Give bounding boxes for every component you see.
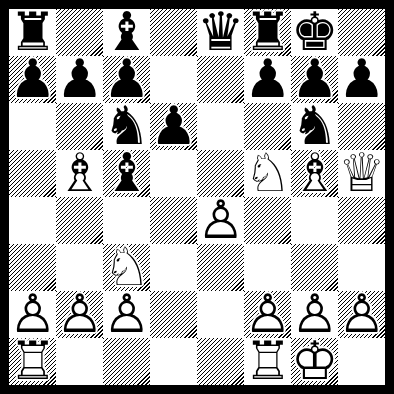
black-pawn-icon: ♟ [338,55,385,102]
black-pawn-g7[interactable]: ♟♟ [291,56,338,103]
square-c5[interactable]: ♝♝ [103,150,150,197]
white-pawn-icon: ♙ [338,290,385,337]
square-h1[interactable] [338,338,385,385]
square-h4[interactable] [338,197,385,244]
white-queen-h5[interactable]: ♛♕ [338,150,385,197]
black-queen-e8[interactable]: ♛♛ [197,9,244,56]
black-knight-icon: ♞ [103,102,150,149]
white-rook-icon: ♖ [244,337,291,384]
square-b8[interactable] [56,9,103,56]
square-c3[interactable]: ♞♘ [103,244,150,291]
piece-silhouette: ♛ [338,149,385,196]
piece-silhouette: ♞ [103,243,150,290]
black-pawn-icon: ♟ [9,55,56,102]
square-d6[interactable]: ♟♟ [150,103,197,150]
piece-silhouette: ♜ [244,8,291,55]
black-pawn-icon: ♟ [244,55,291,102]
black-pawn-d6[interactable]: ♟♟ [150,103,197,150]
white-knight-f5[interactable]: ♞♘ [244,150,291,197]
square-a2[interactable]: ♟♙ [9,291,56,338]
piece-silhouette: ♟ [9,290,56,337]
square-f6[interactable] [244,103,291,150]
piece-silhouette: ♟ [244,290,291,337]
square-f2[interactable]: ♟♙ [244,291,291,338]
square-c2[interactable]: ♟♙ [103,291,150,338]
square-b5[interactable]: ♝♗ [56,150,103,197]
square-b7[interactable]: ♟♟ [56,56,103,103]
square-f1[interactable]: ♜♖ [244,338,291,385]
white-pawn-icon: ♙ [291,290,338,337]
square-c1[interactable] [103,338,150,385]
square-a3[interactable] [9,244,56,291]
piece-silhouette: ♞ [244,149,291,196]
white-queen-icon: ♕ [338,149,385,196]
chess-board-frame: ♜♜♝♝♛♛♜♜♚♚♟♟♟♟♟♟♟♟♟♟♟♟♞♞♟♟♞♞♝♗♝♝♞♘♝♗♛♕♟♙… [0,0,394,394]
piece-silhouette: ♟ [291,55,338,102]
piece-silhouette: ♛ [197,8,244,55]
white-bishop-g5[interactable]: ♝♗ [291,150,338,197]
white-pawn-h2[interactable]: ♟♙ [338,291,385,338]
black-bishop-c8[interactable]: ♝♝ [103,9,150,56]
piece-silhouette: ♟ [9,55,56,102]
white-pawn-icon: ♙ [244,290,291,337]
square-f5[interactable]: ♞♘ [244,150,291,197]
square-c7[interactable]: ♟♟ [103,56,150,103]
square-a5[interactable] [9,150,56,197]
black-pawn-a7[interactable]: ♟♟ [9,56,56,103]
piece-silhouette: ♚ [291,337,338,384]
white-rook-icon: ♖ [9,337,56,384]
square-a7[interactable]: ♟♟ [9,56,56,103]
square-a1[interactable]: ♜♖ [9,338,56,385]
white-knight-icon: ♘ [244,149,291,196]
white-pawn-icon: ♙ [197,196,244,243]
piece-silhouette: ♝ [291,149,338,196]
white-pawn-e4[interactable]: ♟♙ [197,197,244,244]
square-e1[interactable] [197,338,244,385]
square-f3[interactable] [244,244,291,291]
black-pawn-icon: ♟ [150,102,197,149]
piece-silhouette: ♝ [56,149,103,196]
white-pawn-f2[interactable]: ♟♙ [244,291,291,338]
white-pawn-b2[interactable]: ♟♙ [56,291,103,338]
square-f7[interactable]: ♟♟ [244,56,291,103]
square-h8[interactable] [338,9,385,56]
square-h3[interactable] [338,244,385,291]
square-a6[interactable] [9,103,56,150]
square-e2[interactable] [197,291,244,338]
square-b3[interactable] [56,244,103,291]
square-g1[interactable]: ♚♔ [291,338,338,385]
black-pawn-icon: ♟ [103,55,150,102]
chess-board: ♜♜♝♝♛♛♜♜♚♚♟♟♟♟♟♟♟♟♟♟♟♟♞♞♟♟♞♞♝♗♝♝♞♘♝♗♛♕♟♙… [9,9,385,385]
square-b2[interactable]: ♟♙ [56,291,103,338]
white-pawn-icon: ♙ [56,290,103,337]
piece-silhouette: ♟ [150,102,197,149]
square-g8[interactable]: ♚♚ [291,9,338,56]
square-g4[interactable] [291,197,338,244]
square-a8[interactable]: ♜♜ [9,9,56,56]
black-rook-a8[interactable]: ♜♜ [9,9,56,56]
white-pawn-c2[interactable]: ♟♙ [103,291,150,338]
black-pawn-b7[interactable]: ♟♟ [56,56,103,103]
square-e4[interactable]: ♟♙ [197,197,244,244]
white-king-g1[interactable]: ♚♔ [291,338,338,385]
black-pawn-icon: ♟ [56,55,103,102]
piece-silhouette: ♟ [56,290,103,337]
square-h2[interactable]: ♟♙ [338,291,385,338]
piece-silhouette: ♟ [338,290,385,337]
square-f4[interactable] [244,197,291,244]
white-bishop-b5[interactable]: ♝♗ [56,150,103,197]
black-rook-f8[interactable]: ♜♜ [244,9,291,56]
white-pawn-a2[interactable]: ♟♙ [9,291,56,338]
piece-silhouette: ♚ [291,8,338,55]
black-rook-icon: ♜ [244,8,291,55]
square-f8[interactable]: ♜♜ [244,9,291,56]
white-bishop-icon: ♗ [56,149,103,196]
white-pawn-icon: ♙ [9,290,56,337]
square-d8[interactable] [150,9,197,56]
piece-silhouette: ♞ [103,102,150,149]
piece-silhouette: ♟ [338,55,385,102]
square-d2[interactable] [150,291,197,338]
black-pawn-icon: ♟ [291,55,338,102]
black-knight-g6[interactable]: ♞♞ [291,103,338,150]
square-c6[interactable]: ♞♞ [103,103,150,150]
black-pawn-f7[interactable]: ♟♟ [244,56,291,103]
piece-silhouette: ♟ [244,55,291,102]
square-b6[interactable] [56,103,103,150]
piece-silhouette: ♞ [291,102,338,149]
square-b4[interactable] [56,197,103,244]
square-e8[interactable]: ♛♛ [197,9,244,56]
white-rook-f1[interactable]: ♜♖ [244,338,291,385]
black-rook-icon: ♜ [9,8,56,55]
black-king-g8[interactable]: ♚♚ [291,9,338,56]
square-d5[interactable] [150,150,197,197]
square-c4[interactable] [103,197,150,244]
black-king-icon: ♚ [291,8,338,55]
square-g7[interactable]: ♟♟ [291,56,338,103]
black-bishop-icon: ♝ [103,149,150,196]
square-a4[interactable] [9,197,56,244]
square-h7[interactable]: ♟♟ [338,56,385,103]
square-e7[interactable] [197,56,244,103]
black-pawn-c7[interactable]: ♟♟ [103,56,150,103]
white-pawn-icon: ♙ [103,290,150,337]
square-d7[interactable] [150,56,197,103]
white-bishop-icon: ♗ [291,149,338,196]
square-d3[interactable] [150,244,197,291]
black-pawn-h7[interactable]: ♟♟ [338,56,385,103]
piece-silhouette: ♜ [9,337,56,384]
piece-silhouette: ♟ [197,196,244,243]
square-g6[interactable]: ♞♞ [291,103,338,150]
piece-silhouette: ♝ [103,8,150,55]
square-h6[interactable] [338,103,385,150]
piece-silhouette: ♟ [56,55,103,102]
square-d4[interactable] [150,197,197,244]
black-knight-c6[interactable]: ♞♞ [103,103,150,150]
piece-silhouette: ♜ [9,8,56,55]
white-pawn-g2[interactable]: ♟♙ [291,291,338,338]
square-e5[interactable] [197,150,244,197]
square-b1[interactable] [56,338,103,385]
piece-silhouette: ♟ [103,55,150,102]
piece-silhouette: ♟ [291,290,338,337]
white-knight-c3[interactable]: ♞♘ [103,244,150,291]
piece-silhouette: ♟ [103,290,150,337]
square-h5[interactable]: ♛♕ [338,150,385,197]
black-bishop-c5[interactable]: ♝♝ [103,150,150,197]
square-g5[interactable]: ♝♗ [291,150,338,197]
white-knight-icon: ♘ [103,243,150,290]
black-knight-icon: ♞ [291,102,338,149]
black-bishop-icon: ♝ [103,8,150,55]
piece-silhouette: ♝ [103,149,150,196]
square-g2[interactable]: ♟♙ [291,291,338,338]
square-c8[interactable]: ♝♝ [103,9,150,56]
piece-silhouette: ♜ [244,337,291,384]
black-queen-icon: ♛ [197,8,244,55]
square-g3[interactable] [291,244,338,291]
square-d1[interactable] [150,338,197,385]
square-e6[interactable] [197,103,244,150]
white-king-icon: ♔ [291,337,338,384]
square-e3[interactable] [197,244,244,291]
white-rook-a1[interactable]: ♜♖ [9,338,56,385]
